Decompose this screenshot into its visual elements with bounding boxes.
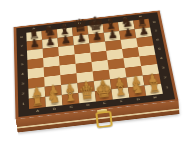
square-h1: ♜ xyxy=(144,84,162,96)
square-c2: ♟ xyxy=(61,83,78,95)
white-bishop: ♝ xyxy=(112,80,129,98)
square-c1: ♝ xyxy=(62,93,79,105)
chess-set-photo: ABCDEFGH ABCDEFGH 87654321 87654321 ♜♞♝♛… xyxy=(0,0,188,141)
piece-shadow xyxy=(66,101,76,105)
square-e1: ♚ xyxy=(95,89,113,101)
square-g1: ♞ xyxy=(128,86,146,98)
square-b1: ♞ xyxy=(45,95,62,107)
square-d1: ♛ xyxy=(78,91,96,103)
brass-latch xyxy=(94,110,112,127)
chess-box: ABCDEFGH ABCDEFGH 87654321 87654321 ♜♞♝♛… xyxy=(14,10,179,119)
scene: ABCDEFGH ABCDEFGH 87654321 87654321 ♜♞♝♛… xyxy=(0,0,188,141)
square-a1: ♜ xyxy=(29,97,46,109)
piece-shadow xyxy=(116,95,126,99)
piece-shadow xyxy=(149,91,159,95)
square-f1: ♝ xyxy=(111,87,129,99)
square-f4 xyxy=(107,58,124,69)
rank-label-1: 1 xyxy=(161,82,174,93)
board-border: ABCDEFGH ABCDEFGH 87654321 87654321 ♜♞♝♛… xyxy=(16,12,175,117)
latch-loop-icon xyxy=(95,111,113,128)
square-a5 xyxy=(27,58,43,69)
rank-label-1: 1 xyxy=(18,99,29,111)
piece-shadow xyxy=(82,99,92,103)
piece-shadow xyxy=(132,93,142,97)
piece-shadow xyxy=(49,103,59,107)
chess-set: ABCDEFGH ABCDEFGH 87654321 87654321 ♜♞♝♛… xyxy=(0,0,188,141)
square-e4 xyxy=(92,60,109,71)
chess-board-squares: ♜♞♝♛♚♝♞♜♟♟♟♟♟♟♟♟♟♟♟♟♟♟♟♟♜♞♝♛♚♝♞♜ xyxy=(26,19,163,109)
piece-shadow xyxy=(99,97,109,101)
piece-shadow xyxy=(32,104,42,108)
